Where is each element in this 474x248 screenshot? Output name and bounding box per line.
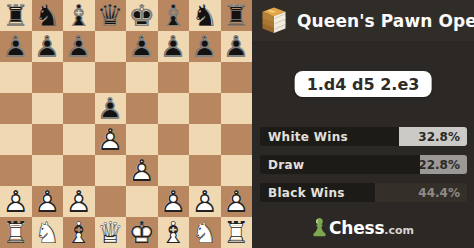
piece-black-queen[interactable]: ♛♕ <box>95 0 127 31</box>
piece-black-knight[interactable]: ♞♘ <box>189 0 221 31</box>
stat-label-chip: Black Wins <box>260 183 375 202</box>
square-a4[interactable] <box>0 124 32 155</box>
square-b7[interactable]: ♟♙ <box>32 31 64 62</box>
piece-white-rook[interactable]: ♜♖ <box>0 217 32 248</box>
square-c4[interactable] <box>63 124 95 155</box>
stat-label-chip: Draw <box>260 155 420 174</box>
piece-white-pawn[interactable]: ♟♙ <box>63 186 95 217</box>
piece-black-knight[interactable]: ♞♘ <box>32 0 64 31</box>
square-a7[interactable]: ♟♙ <box>0 31 32 62</box>
piece-white-queen[interactable]: ♛♕ <box>95 217 127 248</box>
square-f3[interactable] <box>158 155 190 186</box>
square-g3[interactable] <box>189 155 221 186</box>
square-g1[interactable]: ♞♘ <box>189 217 221 248</box>
square-f4[interactable] <box>158 124 190 155</box>
piece-black-pawn[interactable]: ♟♙ <box>32 31 64 62</box>
square-h2[interactable]: ♟♙ <box>221 186 253 217</box>
piece-white-pawn[interactable]: ♟♙ <box>189 186 221 217</box>
square-e3[interactable]: ♟♙ <box>126 155 158 186</box>
square-d3[interactable] <box>95 155 127 186</box>
moves-pill[interactable]: 1.d4 d5 2.e3 <box>295 71 432 97</box>
piece-white-knight[interactable]: ♞♘ <box>189 217 221 248</box>
square-b3[interactable] <box>32 155 64 186</box>
square-h8[interactable]: ♜♖ <box>221 0 253 31</box>
square-f1[interactable]: ♝♗ <box>158 217 190 248</box>
stat-value: 44.4% <box>418 186 460 200</box>
square-g7[interactable]: ♟♙ <box>189 31 221 62</box>
chesscom-logo[interactable]: Chess .com <box>252 217 474 239</box>
stat-value: 32.8% <box>418 130 460 144</box>
stat-row-black-wins: Black Wins 44.4% <box>260 183 467 202</box>
stat-row-white-wins: White Wins 32.8% <box>260 127 467 146</box>
square-g6[interactable] <box>189 62 221 93</box>
stat-bar: 32.8% <box>399 127 467 146</box>
piece-white-knight[interactable]: ♞♘ <box>32 217 64 248</box>
square-c1[interactable]: ♝♗ <box>63 217 95 248</box>
square-g8[interactable]: ♞♘ <box>189 0 221 31</box>
books-stack-icon <box>259 6 289 37</box>
square-d4[interactable]: ♟♙ <box>95 124 127 155</box>
square-h6[interactable] <box>221 62 253 93</box>
square-b2[interactable]: ♟♙ <box>32 186 64 217</box>
square-c6[interactable] <box>63 62 95 93</box>
square-a8[interactable]: ♜♖ <box>0 0 32 31</box>
square-h5[interactable] <box>221 93 253 124</box>
square-b4[interactable] <box>32 124 64 155</box>
square-c2[interactable]: ♟♙ <box>63 186 95 217</box>
piece-white-pawn[interactable]: ♟♙ <box>32 186 64 217</box>
piece-black-pawn[interactable]: ♟♙ <box>158 31 190 62</box>
opening-card: ♜♖♞♘♝♗♛♕♚♔♝♗♞♘♜♖♟♙♟♙♟♙♟♙♟♙♟♙♟♙♟♙♟♙♟♙♟♙♟♙… <box>0 0 474 248</box>
square-h3[interactable] <box>221 155 253 186</box>
opening-title: Queen's Pawn Opening <box>297 11 474 31</box>
stat-label: Draw <box>268 158 304 172</box>
square-e5[interactable] <box>126 93 158 124</box>
square-h1[interactable]: ♜♖ <box>221 217 253 248</box>
chess-board[interactable]: ♜♖♞♘♝♗♛♕♚♔♝♗♞♘♜♖♟♙♟♙♟♙♟♙♟♙♟♙♟♙♟♙♟♙♟♙♟♙♟♙… <box>0 0 252 248</box>
square-f5[interactable] <box>158 93 190 124</box>
piece-black-pawn[interactable]: ♟♙ <box>221 31 253 62</box>
square-a3[interactable] <box>0 155 32 186</box>
piece-white-bishop[interactable]: ♝♗ <box>158 217 190 248</box>
info-panel: Queen's Pawn Opening 1.d4 d5 2.e3 White … <box>252 0 474 248</box>
piece-white-bishop[interactable]: ♝♗ <box>63 217 95 248</box>
piece-black-pawn[interactable]: ♟♙ <box>0 31 32 62</box>
piece-white-pawn[interactable]: ♟♙ <box>158 186 190 217</box>
brand-tld: .com <box>384 224 414 239</box>
stat-value: 22.8% <box>420 158 460 172</box>
piece-black-rook[interactable]: ♜♖ <box>0 0 32 31</box>
square-b5[interactable] <box>32 93 64 124</box>
square-g5[interactable] <box>189 93 221 124</box>
square-f7[interactable]: ♟♙ <box>158 31 190 62</box>
square-c5[interactable] <box>63 93 95 124</box>
square-f8[interactable]: ♝♗ <box>158 0 190 31</box>
square-e4[interactable] <box>126 124 158 155</box>
stat-label: Black Wins <box>268 186 345 200</box>
square-e7[interactable]: ♟♙ <box>126 31 158 62</box>
piece-white-pawn[interactable]: ♟♙ <box>95 124 127 155</box>
piece-black-pawn[interactable]: ♟♙ <box>95 93 127 124</box>
square-g4[interactable] <box>189 124 221 155</box>
square-b6[interactable] <box>32 62 64 93</box>
piece-black-pawn[interactable]: ♟♙ <box>63 31 95 62</box>
square-d6[interactable] <box>95 62 127 93</box>
square-d7[interactable] <box>95 31 127 62</box>
square-b1[interactable]: ♞♘ <box>32 217 64 248</box>
square-b8[interactable]: ♞♘ <box>32 0 64 31</box>
square-d1[interactable]: ♛♕ <box>95 217 127 248</box>
panel-header: Queen's Pawn Opening <box>252 0 474 43</box>
piece-black-king[interactable]: ♚♔ <box>126 0 158 31</box>
piece-white-pawn[interactable]: ♟♙ <box>126 155 158 186</box>
piece-black-bishop[interactable]: ♝♗ <box>158 0 190 31</box>
piece-white-pawn[interactable]: ♟♙ <box>221 186 253 217</box>
piece-white-pawn[interactable]: ♟♙ <box>0 186 32 217</box>
square-a2[interactable]: ♟♙ <box>0 186 32 217</box>
piece-black-bishop[interactable]: ♝♗ <box>63 0 95 31</box>
stat-bar: 44.4% <box>375 183 467 202</box>
square-d2[interactable] <box>95 186 127 217</box>
square-h7[interactable]: ♟♙ <box>221 31 253 62</box>
stat-bar: 22.8% <box>420 155 467 174</box>
piece-white-king[interactable]: ♚♔ <box>126 217 158 248</box>
square-g2[interactable]: ♟♙ <box>189 186 221 217</box>
square-a6[interactable] <box>0 62 32 93</box>
square-c8[interactable]: ♝♗ <box>63 0 95 31</box>
stats-block: White Wins 32.8% Draw 22.8% Black Wins 4… <box>260 127 467 211</box>
piece-black-rook[interactable]: ♜♖ <box>221 0 253 31</box>
pawn-logo-icon <box>312 217 327 239</box>
square-f2[interactable]: ♟♙ <box>158 186 190 217</box>
piece-black-pawn[interactable]: ♟♙ <box>189 31 221 62</box>
piece-white-rook[interactable]: ♜♖ <box>221 217 253 248</box>
piece-black-pawn[interactable]: ♟♙ <box>126 31 158 62</box>
square-f6[interactable] <box>158 62 190 93</box>
square-e6[interactable] <box>126 62 158 93</box>
square-e2[interactable] <box>126 186 158 217</box>
square-a1[interactable]: ♜♖ <box>0 217 32 248</box>
stat-row-draw: Draw 22.8% <box>260 155 467 174</box>
square-c7[interactable]: ♟♙ <box>63 31 95 62</box>
square-e8[interactable]: ♚♔ <box>126 0 158 31</box>
stat-label: White Wins <box>268 130 348 144</box>
square-h4[interactable] <box>221 124 253 155</box>
brand-name: Chess <box>329 218 384 238</box>
square-a5[interactable] <box>0 93 32 124</box>
square-c3[interactable] <box>63 155 95 186</box>
square-d5[interactable]: ♟♙ <box>95 93 127 124</box>
square-d8[interactable]: ♛♕ <box>95 0 127 31</box>
square-e1[interactable]: ♚♔ <box>126 217 158 248</box>
stat-label-chip: White Wins <box>260 127 399 146</box>
